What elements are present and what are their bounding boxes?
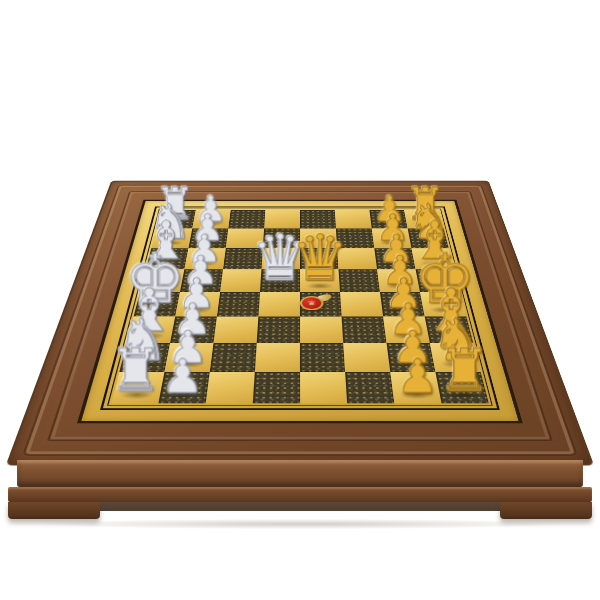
piece-gold-pawn-h7[interactable]: ♟ xyxy=(396,353,438,400)
bracket-foot-left xyxy=(8,502,100,519)
piece-gold-rook-h8[interactable]: ♜ xyxy=(438,341,491,400)
square-h1[interactable]: ♜ xyxy=(111,372,164,403)
square-h4[interactable] xyxy=(253,372,300,403)
piece-silver-rook-h1[interactable]: ♜ xyxy=(109,341,162,400)
red-felt-base-disc: ♛ xyxy=(300,296,324,310)
fallen-piece-red-felt-base[interactable]: ♛ xyxy=(300,294,335,310)
drop-shadow xyxy=(40,519,560,529)
plinth-base xyxy=(8,487,592,502)
piece-silver-pawn-h2[interactable]: ♟ xyxy=(162,353,204,400)
square-d5[interactable]: ♛ xyxy=(300,269,340,292)
chess-board-3d: ♜♟♟♜♞♟♟♞♝♟♟♝♟♛♛♟♚♟♟♚♝♟♟♝♞♟♟♞♜♟♟♜♛ xyxy=(6,181,595,466)
square-e3[interactable] xyxy=(217,292,260,317)
board-grid: ♜♟♟♜♞♟♟♞♝♟♟♝♟♛♛♟♚♟♟♚♝♟♟♝♞♟♟♞♜♟♟♜♛ xyxy=(111,210,488,403)
square-h5[interactable] xyxy=(300,372,347,403)
square-h2[interactable]: ♟ xyxy=(158,372,209,403)
plinth-recess xyxy=(100,502,500,511)
bracket-foot-right xyxy=(500,502,592,519)
frame-front-edge xyxy=(17,460,583,487)
chess-set-product-photo: Overhead-angle product photo of a luxury… xyxy=(0,0,600,600)
square-h8[interactable]: ♜ xyxy=(435,372,488,403)
square-h3[interactable] xyxy=(206,372,255,403)
square-e4[interactable] xyxy=(258,292,300,317)
piece-gold-queen-d5[interactable]: ♛ xyxy=(291,226,348,290)
square-h7[interactable]: ♟ xyxy=(390,372,441,403)
square-e6[interactable] xyxy=(340,292,383,317)
square-h6[interactable] xyxy=(345,372,394,403)
